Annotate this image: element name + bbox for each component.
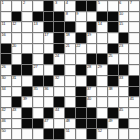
black-cell: [22, 65, 32, 75]
white-cell[interactable]: 1: [1, 1, 11, 11]
white-cell[interactable]: 3: [54, 1, 64, 11]
white-cell[interactable]: [129, 12, 139, 22]
black-cell: [22, 54, 32, 64]
white-cell[interactable]: 4: [65, 1, 75, 11]
white-cell[interactable]: [22, 129, 32, 139]
black-cell: [108, 22, 118, 32]
white-cell[interactable]: 22: [76, 44, 86, 54]
white-cell[interactable]: 28: [87, 65, 97, 75]
clue-number: 40: [87, 97, 91, 101]
white-cell[interactable]: 6: [119, 1, 129, 11]
black-cell: [65, 22, 75, 32]
black-cell: [97, 54, 107, 64]
black-cell: [108, 44, 118, 54]
black-cell: [44, 129, 54, 139]
clue-number: 44: [55, 108, 59, 112]
white-cell[interactable]: 31: [12, 76, 22, 86]
clue-number: 42: [2, 108, 6, 112]
clue-number: 35: [34, 87, 38, 91]
black-cell: [97, 119, 107, 129]
white-cell[interactable]: 51: [65, 129, 75, 139]
clue-number: 23: [119, 44, 123, 48]
white-cell[interactable]: [1, 12, 11, 22]
white-cell[interactable]: 38: [108, 87, 118, 97]
black-cell: [76, 97, 86, 107]
crossword-board: 1234567891011121314151617181920212223242…: [0, 0, 140, 140]
black-cell: [22, 108, 32, 118]
white-cell[interactable]: [44, 44, 54, 54]
white-cell[interactable]: 52: [97, 129, 107, 139]
black-cell: [65, 108, 75, 118]
white-cell[interactable]: 14: [97, 22, 107, 32]
white-cell[interactable]: 32: [54, 76, 64, 86]
white-cell[interactable]: [119, 97, 129, 107]
black-cell: [129, 87, 139, 97]
white-cell[interactable]: 17: [44, 33, 54, 43]
white-cell[interactable]: [108, 33, 118, 43]
white-cell[interactable]: [119, 54, 129, 64]
white-cell[interactable]: [87, 12, 97, 22]
black-cell: [22, 119, 32, 129]
white-cell[interactable]: 30: [1, 76, 11, 86]
white-cell[interactable]: [108, 1, 118, 11]
white-cell[interactable]: 39: [22, 97, 32, 107]
white-cell[interactable]: [22, 44, 32, 54]
black-cell: [12, 65, 22, 75]
white-cell[interactable]: 50: [1, 129, 11, 139]
black-cell: [76, 1, 86, 11]
white-cell[interactable]: [1, 97, 11, 107]
white-cell[interactable]: [129, 33, 139, 43]
white-cell[interactable]: 34: [1, 87, 11, 97]
black-cell: [44, 1, 54, 11]
black-cell: [12, 12, 22, 22]
white-cell[interactable]: [44, 97, 54, 107]
clue-number: 37: [87, 87, 91, 91]
clue-number: 51: [66, 129, 70, 133]
black-cell: [87, 129, 97, 139]
black-cell: [76, 87, 86, 97]
black-cell: [87, 22, 97, 32]
clue-number: 43: [12, 108, 16, 112]
white-cell[interactable]: [76, 22, 86, 32]
clue-number: 6: [119, 1, 121, 5]
black-cell: [54, 22, 64, 32]
white-cell[interactable]: 29: [97, 65, 107, 75]
clue-number: 10: [119, 12, 123, 16]
white-cell[interactable]: 43: [12, 108, 22, 118]
black-cell: [1, 54, 11, 64]
clue-number: 4: [66, 1, 68, 5]
black-cell: [119, 65, 129, 75]
white-cell[interactable]: 48: [65, 119, 75, 129]
clue-number: 13: [34, 22, 38, 26]
black-cell: [12, 97, 22, 107]
white-cell[interactable]: [108, 129, 118, 139]
white-cell[interactable]: 33: [119, 76, 129, 86]
clue-number: 48: [66, 119, 70, 123]
clue-number: 38: [108, 87, 112, 91]
white-cell[interactable]: [129, 54, 139, 64]
black-cell: [44, 22, 54, 32]
black-cell: [44, 76, 54, 86]
clue-number: 41: [130, 97, 134, 101]
white-cell[interactable]: [12, 129, 22, 139]
clue-number: 2: [23, 1, 25, 5]
clue-number: 18: [66, 33, 70, 37]
clue-number: 7: [130, 1, 132, 5]
clue-number: 15: [119, 22, 123, 26]
white-cell[interactable]: [87, 44, 97, 54]
clue-number: 28: [87, 65, 91, 69]
black-cell: [44, 108, 54, 118]
clue-number: 33: [119, 76, 123, 80]
white-cell[interactable]: 11: [1, 22, 11, 32]
clue-number: 50: [2, 129, 6, 133]
white-cell[interactable]: [54, 87, 64, 97]
white-cell[interactable]: [65, 54, 75, 64]
white-cell[interactable]: 20: [12, 44, 22, 54]
white-cell[interactable]: 10: [119, 12, 129, 22]
black-cell: [54, 129, 64, 139]
white-cell[interactable]: 44: [54, 108, 64, 118]
black-cell: [33, 76, 43, 86]
white-cell[interactable]: [22, 76, 32, 86]
white-cell[interactable]: [12, 33, 22, 43]
black-cell: [119, 33, 129, 43]
white-cell[interactable]: [119, 129, 129, 139]
black-cell: [76, 65, 86, 75]
white-cell[interactable]: [22, 22, 32, 32]
black-cell: [129, 76, 139, 86]
white-cell[interactable]: [97, 44, 107, 54]
white-cell[interactable]: 27: [33, 65, 43, 75]
black-cell: [54, 44, 64, 54]
clue-number: 52: [98, 129, 102, 133]
white-cell[interactable]: [76, 54, 86, 64]
white-cell[interactable]: [129, 129, 139, 139]
white-cell[interactable]: [12, 1, 22, 11]
clue-number: 5: [98, 1, 100, 5]
black-cell: [108, 12, 118, 22]
black-cell: [22, 87, 32, 97]
white-cell[interactable]: 5: [97, 1, 107, 11]
white-cell[interactable]: 7: [129, 1, 139, 11]
white-cell[interactable]: 41: [129, 97, 139, 107]
white-cell[interactable]: [129, 44, 139, 54]
clue-number: 24: [55, 54, 59, 58]
white-cell[interactable]: 15: [119, 22, 129, 32]
clue-number: 9: [76, 12, 78, 16]
black-cell: [108, 108, 118, 118]
white-cell[interactable]: [22, 33, 32, 43]
black-cell: [54, 33, 64, 43]
white-cell[interactable]: [12, 119, 22, 129]
white-cell[interactable]: [33, 97, 43, 107]
black-cell: [54, 12, 64, 22]
white-cell[interactable]: [33, 54, 43, 64]
white-cell[interactable]: [76, 76, 86, 86]
white-cell[interactable]: [97, 76, 107, 86]
white-cell[interactable]: 8: [65, 12, 75, 22]
clue-number: 19: [87, 33, 91, 37]
white-cell[interactable]: 37: [87, 87, 97, 97]
white-cell[interactable]: 45: [119, 108, 129, 118]
white-cell[interactable]: [76, 129, 86, 139]
clue-number: 14: [98, 22, 102, 26]
white-cell[interactable]: [97, 87, 107, 97]
white-cell[interactable]: [97, 108, 107, 118]
black-cell: [87, 119, 97, 129]
white-cell[interactable]: [129, 22, 139, 32]
black-cell: [76, 108, 86, 118]
black-cell: [87, 1, 97, 11]
white-cell[interactable]: [33, 1, 43, 11]
white-cell[interactable]: [65, 87, 75, 97]
black-cell: [76, 33, 86, 43]
clue-number: 22: [76, 44, 80, 48]
clue-number: 12: [12, 22, 16, 26]
clue-number: 32: [55, 76, 59, 80]
white-cell[interactable]: [65, 97, 75, 107]
black-cell: [1, 44, 11, 54]
white-cell[interactable]: 23: [119, 44, 129, 54]
clue-number: 49: [108, 119, 112, 123]
white-cell[interactable]: [33, 108, 43, 118]
white-cell[interactable]: [65, 76, 75, 86]
white-cell[interactable]: 13: [33, 22, 43, 32]
white-cell[interactable]: [33, 33, 43, 43]
clue-number: 8: [66, 12, 68, 16]
black-cell: [44, 54, 54, 64]
black-cell: [119, 119, 129, 129]
white-cell[interactable]: 49: [108, 119, 118, 129]
white-cell[interactable]: 46: [1, 119, 11, 129]
white-cell[interactable]: [108, 97, 118, 107]
white-cell[interactable]: [129, 119, 139, 129]
white-cell[interactable]: 18: [65, 33, 75, 43]
white-cell[interactable]: 2: [22, 1, 32, 11]
black-cell: [87, 76, 97, 86]
white-cell[interactable]: 35: [33, 87, 43, 97]
black-cell: [108, 76, 118, 86]
black-cell: [76, 119, 86, 129]
clue-number: 46: [2, 119, 6, 123]
clue-number: 3: [55, 1, 57, 5]
clue-number: 17: [44, 33, 48, 37]
clue-number: 1: [2, 1, 4, 5]
white-cell[interactable]: [44, 65, 54, 75]
white-cell[interactable]: 21: [65, 44, 75, 54]
black-cell: [54, 97, 64, 107]
white-cell[interactable]: 42: [1, 108, 11, 118]
white-cell[interactable]: [97, 33, 107, 43]
white-cell[interactable]: [33, 129, 43, 139]
white-cell[interactable]: 26: [1, 65, 11, 75]
clue-number: 45: [119, 108, 123, 112]
clue-number: 34: [2, 87, 6, 91]
black-cell: [108, 65, 118, 75]
clue-number: 26: [2, 65, 6, 69]
clue-number: 30: [2, 76, 6, 80]
white-cell[interactable]: 19: [87, 33, 97, 43]
black-cell: [33, 12, 43, 22]
white-cell[interactable]: [129, 65, 139, 75]
clue-number: 31: [12, 76, 16, 80]
white-cell[interactable]: 16: [1, 33, 11, 43]
white-cell[interactable]: 47: [44, 119, 54, 129]
white-cell[interactable]: 40: [87, 97, 97, 107]
black-cell: [44, 12, 54, 22]
white-cell[interactable]: 12: [12, 22, 22, 32]
white-cell[interactable]: [12, 54, 22, 64]
clue-number: 47: [44, 119, 48, 123]
white-cell[interactable]: [54, 119, 64, 129]
clue-number: 36: [44, 87, 48, 91]
white-cell[interactable]: [33, 44, 43, 54]
white-cell[interactable]: [65, 65, 75, 75]
clue-number: 25: [108, 54, 112, 58]
white-cell[interactable]: [12, 87, 22, 97]
white-cell[interactable]: 24: [54, 54, 64, 64]
clue-number: 29: [98, 65, 102, 69]
white-cell[interactable]: 9: [76, 12, 86, 22]
white-cell[interactable]: [119, 87, 129, 97]
black-cell: [54, 65, 64, 75]
black-cell: [33, 119, 43, 129]
white-cell[interactable]: [97, 97, 107, 107]
white-cell[interactable]: 36: [44, 87, 54, 97]
clue-number: 27: [34, 65, 38, 69]
clue-number: 21: [66, 44, 70, 48]
clue-number: 39: [23, 97, 27, 101]
white-cell[interactable]: 25: [108, 54, 118, 64]
white-cell[interactable]: [22, 12, 32, 22]
clue-number: 20: [12, 44, 16, 48]
clue-number: 16: [2, 33, 6, 37]
black-cell: [87, 54, 97, 64]
black-cell: [87, 108, 97, 118]
black-cell: [97, 12, 107, 22]
clue-number: 11: [2, 22, 6, 26]
white-cell[interactable]: [129, 108, 139, 118]
